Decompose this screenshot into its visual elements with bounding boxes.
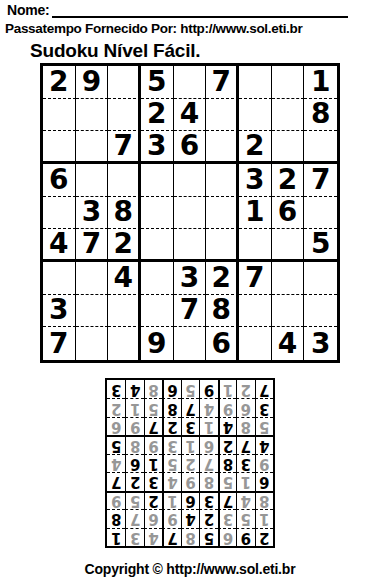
solution-cell-r5c5: 2 bbox=[181, 454, 199, 472]
sudoku-cell-r6c3: 2 bbox=[108, 229, 141, 262]
sudoku-cell-r6c9: 5 bbox=[304, 229, 337, 262]
sudoku-cell-r6c5 bbox=[174, 229, 207, 262]
sudoku-cell-r7c5: 3 bbox=[174, 262, 207, 295]
solution-cell-r9c6: 6 bbox=[162, 380, 180, 398]
solution-cell-r2c9: 8 bbox=[107, 509, 125, 527]
sudoku-cell-r5c1 bbox=[43, 197, 76, 230]
sudoku-cell-r6c2: 7 bbox=[76, 229, 109, 262]
solution-cell-r1c5: 8 bbox=[181, 528, 199, 546]
solution-cell-r7c4: 1 bbox=[199, 417, 217, 435]
solution-cell-r8c3: 9 bbox=[218, 398, 236, 416]
solution-cell-r6c8: 8 bbox=[125, 435, 143, 453]
provider-line: Passatempo Fornecido Por: http://www.sol… bbox=[5, 21, 377, 36]
sudoku-cell-r3c8 bbox=[272, 131, 305, 164]
sudoku-cell-r7c4 bbox=[141, 262, 174, 295]
solution-cell-r9c7: 8 bbox=[144, 380, 162, 398]
sudoku-cell-r8c2 bbox=[76, 295, 109, 328]
sudoku-cell-r4c3 bbox=[108, 164, 141, 197]
solution-cell-r1c1: 2 bbox=[255, 528, 273, 546]
sudoku-cell-r2c5: 4 bbox=[174, 99, 207, 132]
sudoku-cell-r1c6: 7 bbox=[206, 66, 239, 99]
sudoku-cell-r6c8 bbox=[272, 229, 305, 262]
sudoku-cell-r7c2 bbox=[76, 262, 109, 295]
solution-cell-r9c1: 7 bbox=[255, 380, 273, 398]
solution-cell-r2c8: 7 bbox=[125, 509, 143, 527]
solution-cell-r6c1: 4 bbox=[255, 435, 273, 453]
solution-cell-r2c1: 1 bbox=[255, 509, 273, 527]
solution-cell-r3c4: 3 bbox=[199, 491, 217, 509]
sudoku-cell-r9c4: 9 bbox=[141, 327, 174, 360]
solution-cell-r7c3: 4 bbox=[218, 417, 236, 435]
solution-cell-r8c2: 6 bbox=[236, 398, 254, 416]
solution-cell-r4c4: 8 bbox=[199, 472, 217, 490]
solution-cell-r4c3: 5 bbox=[218, 472, 236, 490]
solution-cell-r4c8: 2 bbox=[125, 472, 143, 490]
sudoku-cell-r1c2: 9 bbox=[76, 66, 109, 99]
solution-cell-r8c6: 8 bbox=[162, 398, 180, 416]
solution-cell-r1c4: 5 bbox=[199, 528, 217, 546]
solution-cell-r8c7: 5 bbox=[144, 398, 162, 416]
sudoku-cell-r8c5: 7 bbox=[174, 295, 207, 328]
solution-cell-r3c1: 8 bbox=[255, 491, 273, 509]
sudoku-cell-r5c6 bbox=[206, 197, 239, 230]
solution-cell-r2c6: 9 bbox=[162, 509, 180, 527]
sudoku-cell-r3c2 bbox=[76, 131, 109, 164]
sudoku-cell-r8c4 bbox=[141, 295, 174, 328]
solution-cell-r1c3: 6 bbox=[218, 528, 236, 546]
solution-cell-r3c8: 5 bbox=[125, 491, 143, 509]
sudoku-cell-r9c9: 3 bbox=[304, 327, 337, 360]
sudoku-cell-r1c8 bbox=[272, 66, 305, 99]
sudoku-cell-r4c6 bbox=[206, 164, 239, 197]
solution-cell-r3c5: 6 bbox=[181, 491, 199, 509]
sudoku-cell-r2c9: 8 bbox=[304, 99, 337, 132]
sudoku-cell-r1c9: 1 bbox=[304, 66, 337, 99]
solution-cell-r6c3: 2 bbox=[218, 435, 236, 453]
solution-cell-r4c1: 6 bbox=[255, 472, 273, 490]
solution-cell-r8c9: 2 bbox=[107, 398, 125, 416]
solution-cell-r9c3: 1 bbox=[218, 380, 236, 398]
solution-cell-r2c5: 4 bbox=[181, 509, 199, 527]
sudoku-cell-r5c3: 8 bbox=[108, 197, 141, 230]
main-sudoku-grid: 295712487362632738164725432737879643 bbox=[40, 63, 340, 363]
solution-cell-r1c9: 1 bbox=[107, 528, 125, 546]
sudoku-cell-r9c6: 6 bbox=[206, 327, 239, 360]
sudoku-cell-r8c6: 8 bbox=[206, 295, 239, 328]
solution-cell-r7c9: 6 bbox=[107, 417, 125, 435]
sudoku-cell-r6c4 bbox=[141, 229, 174, 262]
sudoku-cell-r6c1: 4 bbox=[43, 229, 76, 262]
sudoku-cell-r2c8 bbox=[272, 99, 305, 132]
sudoku-cell-r4c4 bbox=[141, 164, 174, 197]
solution-cell-r4c2: 1 bbox=[236, 472, 254, 490]
solution-cell-r7c1: 5 bbox=[255, 417, 273, 435]
sudoku-cell-r6c6 bbox=[206, 229, 239, 262]
sudoku-cell-r4c5 bbox=[174, 164, 207, 197]
solution-cell-r2c2: 5 bbox=[236, 509, 254, 527]
solution-cell-r5c4: 7 bbox=[199, 454, 217, 472]
sudoku-cell-r4c2 bbox=[76, 164, 109, 197]
sudoku-cell-r2c7 bbox=[239, 99, 272, 132]
sudoku-cell-r8c8 bbox=[272, 295, 305, 328]
sudoku-cell-r7c6: 2 bbox=[206, 262, 239, 295]
solution-cell-r6c5: 1 bbox=[181, 435, 199, 453]
sudoku-cell-r8c3 bbox=[108, 295, 141, 328]
solution-cell-r7c2: 8 bbox=[236, 417, 254, 435]
solution-cell-r7c5: 3 bbox=[181, 417, 199, 435]
sudoku-cell-r9c2 bbox=[76, 327, 109, 360]
sudoku-cell-r1c4: 5 bbox=[141, 66, 174, 99]
sudoku-cell-r7c7: 7 bbox=[239, 262, 272, 295]
sudoku-cell-r1c5 bbox=[174, 66, 207, 99]
solution-cell-r4c6: 4 bbox=[162, 472, 180, 490]
copyright-line: Copyright © http://www.sol.eti.br bbox=[0, 561, 380, 577]
sudoku-cell-r7c8 bbox=[272, 262, 305, 295]
solution-cell-r9c5: 5 bbox=[181, 380, 199, 398]
solution-cell-r7c8: 9 bbox=[125, 417, 143, 435]
sudoku-cell-r3c4: 3 bbox=[141, 131, 174, 164]
sudoku-cell-r1c1: 2 bbox=[43, 66, 76, 99]
solution-cell-r9c9: 3 bbox=[107, 380, 125, 398]
sudoku-cell-r4c9: 7 bbox=[304, 164, 337, 197]
name-label: Nome: bbox=[7, 2, 50, 18]
solution-cell-r3c3: 7 bbox=[218, 491, 236, 509]
solution-cell-r7c7: 7 bbox=[144, 417, 162, 435]
sudoku-cell-r2c3 bbox=[108, 99, 141, 132]
sudoku-cell-r2c6 bbox=[206, 99, 239, 132]
solution-cell-r6c6: 3 bbox=[162, 435, 180, 453]
solution-grid: 2965874311532496788473612596158943279387… bbox=[105, 378, 275, 548]
solution-cell-r1c7: 4 bbox=[144, 528, 162, 546]
sudoku-cell-r7c9 bbox=[304, 262, 337, 295]
solution-cell-r4c9: 7 bbox=[107, 472, 125, 490]
solution-cell-r9c4: 9 bbox=[199, 380, 217, 398]
sudoku-cell-r4c8: 2 bbox=[272, 164, 305, 197]
solution-cell-r6c9: 5 bbox=[107, 435, 125, 453]
sudoku-cell-r1c7 bbox=[239, 66, 272, 99]
name-row: Nome: bbox=[7, 2, 348, 18]
sudoku-cell-r5c8: 6 bbox=[272, 197, 305, 230]
solution-cell-r8c5: 7 bbox=[181, 398, 199, 416]
solution-cell-r9c2: 2 bbox=[236, 380, 254, 398]
sudoku-cell-r8c1: 3 bbox=[43, 295, 76, 328]
solution-cell-r3c7: 2 bbox=[144, 491, 162, 509]
sudoku-cell-r9c3 bbox=[108, 327, 141, 360]
sudoku-cell-r3c1 bbox=[43, 131, 76, 164]
solution-cell-r5c2: 3 bbox=[236, 454, 254, 472]
solution-cell-r4c5: 9 bbox=[181, 472, 199, 490]
sudoku-cell-r3c6 bbox=[206, 131, 239, 164]
sudoku-cell-r3c3: 7 bbox=[108, 131, 141, 164]
sudoku-cell-r3c7: 2 bbox=[239, 131, 272, 164]
solution-cell-r2c4: 2 bbox=[199, 509, 217, 527]
solution-cell-r6c2: 7 bbox=[236, 435, 254, 453]
sudoku-cell-r2c2 bbox=[76, 99, 109, 132]
sudoku-cell-r5c7: 1 bbox=[239, 197, 272, 230]
sudoku-cell-r7c3: 4 bbox=[108, 262, 141, 295]
solution-cell-r6c4: 6 bbox=[199, 435, 217, 453]
sudoku-cell-r4c1: 6 bbox=[43, 164, 76, 197]
solution-cell-r7c6: 2 bbox=[162, 417, 180, 435]
solution-cell-r4c7: 3 bbox=[144, 472, 162, 490]
solution-cell-r1c2: 9 bbox=[236, 528, 254, 546]
sudoku-cell-r6c7 bbox=[239, 229, 272, 262]
sudoku-cell-r3c5: 6 bbox=[174, 131, 207, 164]
solution-cell-r5c1: 9 bbox=[255, 454, 273, 472]
solution-cell-r2c7: 6 bbox=[144, 509, 162, 527]
sudoku-cell-r3c9 bbox=[304, 131, 337, 164]
solution-cell-r5c8: 6 bbox=[125, 454, 143, 472]
sudoku-cell-r7c1 bbox=[43, 262, 76, 295]
solution-cell-r3c9: 9 bbox=[107, 491, 125, 509]
sudoku-cell-r2c1 bbox=[43, 99, 76, 132]
solution-cell-r2c3: 3 bbox=[218, 509, 236, 527]
solution-cell-r5c7: 1 bbox=[144, 454, 162, 472]
sudoku-cell-r5c2: 3 bbox=[76, 197, 109, 230]
name-underline bbox=[52, 2, 348, 18]
solution-cell-r5c3: 8 bbox=[218, 454, 236, 472]
sudoku-cell-r9c5 bbox=[174, 327, 207, 360]
sudoku-cell-r5c5 bbox=[174, 197, 207, 230]
solution-cell-r8c8: 1 bbox=[125, 398, 143, 416]
sudoku-cell-r9c1: 7 bbox=[43, 327, 76, 360]
solution-cell-r8c4: 4 bbox=[199, 398, 217, 416]
sudoku-cell-r9c8: 4 bbox=[272, 327, 305, 360]
solution-cell-r8c1: 3 bbox=[255, 398, 273, 416]
sudoku-cell-r1c3 bbox=[108, 66, 141, 99]
sudoku-cell-r5c9 bbox=[304, 197, 337, 230]
solution-cell-r6c7: 9 bbox=[144, 435, 162, 453]
sudoku-cell-r4c7: 3 bbox=[239, 164, 272, 197]
solution-cell-r5c9: 4 bbox=[107, 454, 125, 472]
solution-cell-r3c2: 4 bbox=[236, 491, 254, 509]
page-title: Sudoku Nível Fácil. bbox=[30, 40, 200, 62]
solution-cell-r3c6: 1 bbox=[162, 491, 180, 509]
solution-cell-r1c8: 3 bbox=[125, 528, 143, 546]
sudoku-cell-r2c4: 2 bbox=[141, 99, 174, 132]
sudoku-cell-r9c7 bbox=[239, 327, 272, 360]
solution-cell-r9c8: 4 bbox=[125, 380, 143, 398]
solution-cell-r5c6: 5 bbox=[162, 454, 180, 472]
solution-cell-r1c6: 7 bbox=[162, 528, 180, 546]
sudoku-cell-r5c4 bbox=[141, 197, 174, 230]
sudoku-cell-r8c7 bbox=[239, 295, 272, 328]
sudoku-cell-r8c9 bbox=[304, 295, 337, 328]
